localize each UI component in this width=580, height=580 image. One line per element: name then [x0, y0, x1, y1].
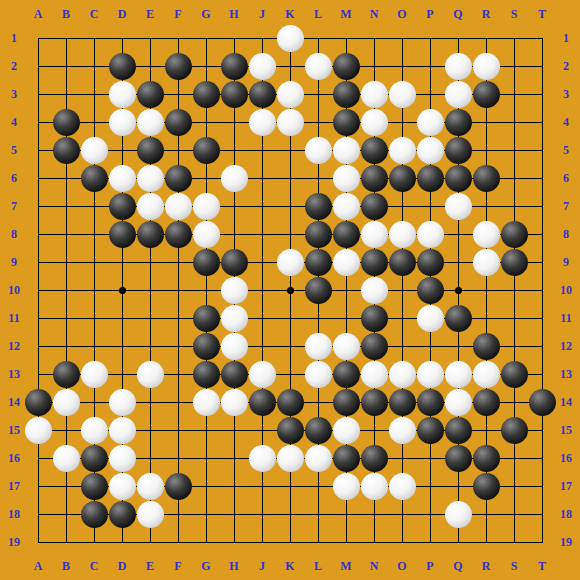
white-stone-m6	[333, 165, 360, 192]
row-label-right-18: 18	[560, 507, 572, 522]
black-stone-m14	[333, 389, 360, 416]
white-stone-h14	[221, 389, 248, 416]
white-stone-b14	[53, 389, 80, 416]
black-stone-e8	[137, 221, 164, 248]
white-stone-n17	[361, 473, 388, 500]
black-stone-c17	[81, 473, 108, 500]
black-stone-j14	[249, 389, 276, 416]
white-stone-l13	[305, 361, 332, 388]
black-stone-q4	[445, 109, 472, 136]
white-stone-h6	[221, 165, 248, 192]
black-stone-s13	[501, 361, 528, 388]
white-stone-h11	[221, 305, 248, 332]
white-stone-f7	[165, 193, 192, 220]
black-stone-o14	[389, 389, 416, 416]
black-stone-r6	[473, 165, 500, 192]
black-stone-m16	[333, 445, 360, 472]
black-stone-q6	[445, 165, 472, 192]
black-stone-n7	[361, 193, 388, 220]
white-stone-d17	[109, 473, 136, 500]
black-stone-d18	[109, 501, 136, 528]
black-stone-o9	[389, 249, 416, 276]
row-label-right-3: 3	[563, 87, 569, 102]
white-stone-j4	[249, 109, 276, 136]
black-stone-n11	[361, 305, 388, 332]
black-stone-l7	[305, 193, 332, 220]
black-stone-d8	[109, 221, 136, 248]
black-stone-p10	[417, 277, 444, 304]
black-stone-p6	[417, 165, 444, 192]
white-stone-p11	[417, 305, 444, 332]
black-stone-q5	[445, 137, 472, 164]
black-stone-n14	[361, 389, 388, 416]
black-stone-k14	[277, 389, 304, 416]
black-stone-f2	[165, 53, 192, 80]
col-label-bottom-s: S	[511, 559, 518, 574]
white-stone-d15	[109, 417, 136, 444]
col-label-top-t: T	[538, 7, 546, 22]
black-stone-c6	[81, 165, 108, 192]
white-stone-r9	[473, 249, 500, 276]
black-stone-g5	[193, 137, 220, 164]
black-stone-l10	[305, 277, 332, 304]
black-stone-b5	[53, 137, 80, 164]
white-stone-q7	[445, 193, 472, 220]
black-stone-n12	[361, 333, 388, 360]
col-label-bottom-n: N	[370, 559, 379, 574]
white-stone-c5	[81, 137, 108, 164]
white-stone-e6	[137, 165, 164, 192]
row-label-left-17: 17	[8, 479, 20, 494]
white-stone-a15	[25, 417, 52, 444]
row-label-right-14: 14	[560, 395, 572, 410]
col-label-bottom-e: E	[146, 559, 154, 574]
col-label-top-c: C	[90, 7, 99, 22]
black-stone-m8	[333, 221, 360, 248]
white-stone-m7	[333, 193, 360, 220]
black-stone-p15	[417, 417, 444, 444]
white-stone-d6	[109, 165, 136, 192]
white-stone-m5	[333, 137, 360, 164]
black-stone-r17	[473, 473, 500, 500]
black-stone-l8	[305, 221, 332, 248]
col-label-bottom-d: D	[118, 559, 127, 574]
white-stone-m15	[333, 417, 360, 444]
white-stone-j16	[249, 445, 276, 472]
white-stone-k4	[277, 109, 304, 136]
col-label-top-r: R	[482, 7, 491, 22]
col-label-bottom-o: O	[397, 559, 406, 574]
white-stone-e7	[137, 193, 164, 220]
black-stone-r12	[473, 333, 500, 360]
white-stone-n10	[361, 277, 388, 304]
col-label-top-s: S	[511, 7, 518, 22]
row-label-left-19: 19	[8, 535, 20, 550]
white-stone-o3	[389, 81, 416, 108]
row-label-right-5: 5	[563, 143, 569, 158]
white-stone-g14	[193, 389, 220, 416]
row-label-left-5: 5	[11, 143, 17, 158]
black-stone-c16	[81, 445, 108, 472]
black-stone-l9	[305, 249, 332, 276]
col-label-bottom-b: B	[62, 559, 70, 574]
white-stone-n8	[361, 221, 388, 248]
col-label-top-f: F	[174, 7, 181, 22]
white-stone-q13	[445, 361, 472, 388]
white-stone-c13	[81, 361, 108, 388]
row-label-right-12: 12	[560, 339, 572, 354]
black-stone-l15	[305, 417, 332, 444]
black-stone-s8	[501, 221, 528, 248]
black-stone-m3	[333, 81, 360, 108]
col-label-bottom-g: G	[201, 559, 210, 574]
col-label-bottom-c: C	[90, 559, 99, 574]
black-stone-m2	[333, 53, 360, 80]
black-stone-n6	[361, 165, 388, 192]
black-stone-j3	[249, 81, 276, 108]
white-stone-d16	[109, 445, 136, 472]
col-label-top-o: O	[397, 7, 406, 22]
white-stone-p8	[417, 221, 444, 248]
white-stone-o15	[389, 417, 416, 444]
col-label-bottom-l: L	[314, 559, 322, 574]
row-label-left-10: 10	[8, 283, 20, 298]
white-stone-l12	[305, 333, 332, 360]
row-label-right-13: 13	[560, 367, 572, 382]
white-stone-r2	[473, 53, 500, 80]
white-stone-m9	[333, 249, 360, 276]
black-stone-r16	[473, 445, 500, 472]
row-label-right-1: 1	[563, 31, 569, 46]
black-stone-n16	[361, 445, 388, 472]
black-stone-n9	[361, 249, 388, 276]
black-stone-f17	[165, 473, 192, 500]
white-stone-k9	[277, 249, 304, 276]
black-stone-t14	[529, 389, 556, 416]
white-stone-p4	[417, 109, 444, 136]
white-stone-j2	[249, 53, 276, 80]
white-stone-k3	[277, 81, 304, 108]
row-label-left-4: 4	[11, 115, 17, 130]
row-label-left-13: 13	[8, 367, 20, 382]
row-label-right-9: 9	[563, 255, 569, 270]
white-stone-e4	[137, 109, 164, 136]
black-stone-h3	[221, 81, 248, 108]
black-stone-q16	[445, 445, 472, 472]
black-stone-q15	[445, 417, 472, 444]
black-stone-g12	[193, 333, 220, 360]
black-stone-s9	[501, 249, 528, 276]
row-label-left-11: 11	[8, 311, 19, 326]
col-label-top-a: A	[34, 7, 43, 22]
black-stone-a14	[25, 389, 52, 416]
star-point-k10	[287, 287, 294, 294]
black-stone-r14	[473, 389, 500, 416]
star-point-q10	[455, 287, 462, 294]
black-stone-g3	[193, 81, 220, 108]
row-label-left-18: 18	[8, 507, 20, 522]
black-stone-e3	[137, 81, 164, 108]
white-stone-e18	[137, 501, 164, 528]
white-stone-n13	[361, 361, 388, 388]
white-stone-h10	[221, 277, 248, 304]
row-label-left-8: 8	[11, 227, 17, 242]
black-stone-h13	[221, 361, 248, 388]
col-label-bottom-k: K	[285, 559, 294, 574]
row-label-left-15: 15	[8, 423, 20, 438]
black-stone-m4	[333, 109, 360, 136]
white-stone-c15	[81, 417, 108, 444]
white-stone-m12	[333, 333, 360, 360]
white-stone-o8	[389, 221, 416, 248]
white-stone-j13	[249, 361, 276, 388]
col-label-bottom-p: P	[426, 559, 433, 574]
col-label-top-q: Q	[453, 7, 462, 22]
col-label-top-e: E	[146, 7, 154, 22]
white-stone-q3	[445, 81, 472, 108]
col-label-top-k: K	[285, 7, 294, 22]
white-stone-p5	[417, 137, 444, 164]
black-stone-h9	[221, 249, 248, 276]
row-label-left-1: 1	[11, 31, 17, 46]
black-stone-p9	[417, 249, 444, 276]
white-stone-o5	[389, 137, 416, 164]
black-stone-b13	[53, 361, 80, 388]
black-stone-g13	[193, 361, 220, 388]
row-label-left-16: 16	[8, 451, 20, 466]
black-stone-g11	[193, 305, 220, 332]
black-stone-b4	[53, 109, 80, 136]
col-label-bottom-j: J	[259, 559, 265, 574]
white-stone-n3	[361, 81, 388, 108]
row-label-left-12: 12	[8, 339, 20, 354]
col-label-bottom-t: T	[538, 559, 546, 574]
col-label-top-m: M	[340, 7, 351, 22]
col-label-top-p: P	[426, 7, 433, 22]
white-stone-o17	[389, 473, 416, 500]
star-point-d10	[119, 287, 126, 294]
col-label-top-b: B	[62, 7, 70, 22]
go-board-screenshot: AABBCCDDEEFFGGHHJJKKLLMMNNOOPPQQRRSSTT11…	[0, 0, 580, 580]
col-label-bottom-q: Q	[453, 559, 462, 574]
col-label-top-g: G	[201, 7, 210, 22]
row-label-left-2: 2	[11, 59, 17, 74]
black-stone-d2	[109, 53, 136, 80]
white-stone-m17	[333, 473, 360, 500]
white-stone-k16	[277, 445, 304, 472]
white-stone-e17	[137, 473, 164, 500]
row-label-left-3: 3	[11, 87, 17, 102]
row-label-right-19: 19	[560, 535, 572, 550]
black-stone-c18	[81, 501, 108, 528]
black-stone-e5	[137, 137, 164, 164]
col-label-top-d: D	[118, 7, 127, 22]
row-label-right-17: 17	[560, 479, 572, 494]
col-label-top-h: H	[229, 7, 238, 22]
white-stone-k1	[277, 25, 304, 52]
white-stone-o13	[389, 361, 416, 388]
white-stone-b16	[53, 445, 80, 472]
white-stone-p13	[417, 361, 444, 388]
white-stone-n4	[361, 109, 388, 136]
row-label-right-2: 2	[563, 59, 569, 74]
col-label-bottom-f: F	[174, 559, 181, 574]
col-label-bottom-h: H	[229, 559, 238, 574]
white-stone-d4	[109, 109, 136, 136]
row-label-right-6: 6	[563, 171, 569, 186]
col-label-bottom-m: M	[340, 559, 351, 574]
row-label-right-8: 8	[563, 227, 569, 242]
black-stone-h2	[221, 53, 248, 80]
row-label-left-6: 6	[11, 171, 17, 186]
black-stone-d7	[109, 193, 136, 220]
white-stone-l5	[305, 137, 332, 164]
white-stone-q18	[445, 501, 472, 528]
col-label-bottom-r: R	[482, 559, 491, 574]
row-label-right-7: 7	[563, 199, 569, 214]
row-label-right-15: 15	[560, 423, 572, 438]
black-stone-q11	[445, 305, 472, 332]
white-stone-q14	[445, 389, 472, 416]
col-label-top-n: N	[370, 7, 379, 22]
black-stone-k15	[277, 417, 304, 444]
black-stone-f8	[165, 221, 192, 248]
row-label-right-10: 10	[560, 283, 572, 298]
row-label-right-4: 4	[563, 115, 569, 130]
black-stone-f4	[165, 109, 192, 136]
black-stone-g9	[193, 249, 220, 276]
col-label-top-l: L	[314, 7, 322, 22]
row-label-left-9: 9	[11, 255, 17, 270]
row-label-right-11: 11	[560, 311, 571, 326]
white-stone-d3	[109, 81, 136, 108]
black-stone-r3	[473, 81, 500, 108]
row-label-left-7: 7	[11, 199, 17, 214]
black-stone-p14	[417, 389, 444, 416]
black-stone-m13	[333, 361, 360, 388]
white-stone-r8	[473, 221, 500, 248]
white-stone-q2	[445, 53, 472, 80]
white-stone-g8	[193, 221, 220, 248]
white-stone-l16	[305, 445, 332, 472]
white-stone-e13	[137, 361, 164, 388]
black-stone-s15	[501, 417, 528, 444]
col-label-bottom-a: A	[34, 559, 43, 574]
black-stone-n5	[361, 137, 388, 164]
white-stone-d14	[109, 389, 136, 416]
col-label-top-j: J	[259, 7, 265, 22]
black-stone-o6	[389, 165, 416, 192]
black-stone-f6	[165, 165, 192, 192]
white-stone-g7	[193, 193, 220, 220]
white-stone-h12	[221, 333, 248, 360]
white-stone-l2	[305, 53, 332, 80]
white-stone-r13	[473, 361, 500, 388]
row-label-right-16: 16	[560, 451, 572, 466]
row-label-left-14: 14	[8, 395, 20, 410]
